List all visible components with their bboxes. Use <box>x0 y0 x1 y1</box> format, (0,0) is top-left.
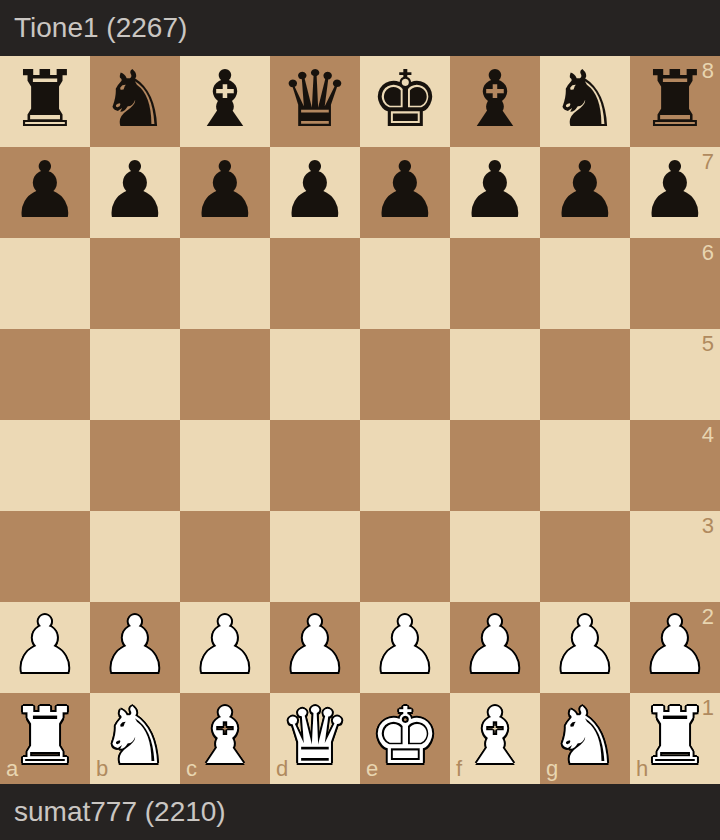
piece-black-knight[interactable]: ♞ <box>550 56 620 145</box>
square-f5[interactable] <box>450 329 540 420</box>
piece-white-pawn[interactable]: ♟ <box>190 602 260 691</box>
bottom-player-bar: sumat777 (2210) <box>0 784 720 840</box>
square-f7[interactable]: ♟ <box>450 147 540 238</box>
square-h4[interactable]: 4 <box>630 420 720 511</box>
piece-white-pawn[interactable]: ♟ <box>100 602 170 691</box>
square-a1[interactable]: a♜ <box>0 693 90 784</box>
square-h6[interactable]: 6 <box>630 238 720 329</box>
square-c1[interactable]: c♝ <box>180 693 270 784</box>
piece-black-pawn[interactable]: ♟ <box>280 147 350 236</box>
square-c3[interactable] <box>180 511 270 602</box>
rank-label-4: 4 <box>702 424 714 446</box>
square-d2[interactable]: ♟ <box>270 602 360 693</box>
piece-white-bishop[interactable]: ♝ <box>460 693 530 782</box>
square-h3[interactable]: 3 <box>630 511 720 602</box>
square-f6[interactable] <box>450 238 540 329</box>
square-e6[interactable] <box>360 238 450 329</box>
piece-white-pawn[interactable]: ♟ <box>550 602 620 691</box>
piece-black-pawn[interactable]: ♟ <box>100 147 170 236</box>
piece-white-pawn[interactable]: ♟ <box>280 602 350 691</box>
piece-black-pawn[interactable]: ♟ <box>640 147 710 236</box>
square-d4[interactable] <box>270 420 360 511</box>
piece-white-bishop[interactable]: ♝ <box>190 693 260 782</box>
square-f2[interactable]: ♟ <box>450 602 540 693</box>
square-g1[interactable]: g♞ <box>540 693 630 784</box>
rank-label-5: 5 <box>702 333 714 355</box>
square-a5[interactable] <box>0 329 90 420</box>
square-d1[interactable]: d♛ <box>270 693 360 784</box>
piece-white-knight[interactable]: ♞ <box>100 693 170 782</box>
square-h5[interactable]: 5 <box>630 329 720 420</box>
piece-black-knight[interactable]: ♞ <box>100 56 170 145</box>
square-f1[interactable]: f♝ <box>450 693 540 784</box>
square-b6[interactable] <box>90 238 180 329</box>
square-e8[interactable]: ♚ <box>360 56 450 147</box>
square-g3[interactable] <box>540 511 630 602</box>
square-f3[interactable] <box>450 511 540 602</box>
square-b4[interactable] <box>90 420 180 511</box>
square-g2[interactable]: ♟ <box>540 602 630 693</box>
square-g6[interactable] <box>540 238 630 329</box>
square-b1[interactable]: b♞ <box>90 693 180 784</box>
piece-black-pawn[interactable]: ♟ <box>190 147 260 236</box>
square-d7[interactable]: ♟ <box>270 147 360 238</box>
square-b7[interactable]: ♟ <box>90 147 180 238</box>
rank-label-6: 6 <box>702 242 714 264</box>
square-c2[interactable]: ♟ <box>180 602 270 693</box>
square-b3[interactable] <box>90 511 180 602</box>
square-d8[interactable]: ♛ <box>270 56 360 147</box>
square-a8[interactable]: ♜ <box>0 56 90 147</box>
square-g5[interactable] <box>540 329 630 420</box>
rank-label-3: 3 <box>702 515 714 537</box>
square-a7[interactable]: ♟ <box>0 147 90 238</box>
square-f8[interactable]: ♝ <box>450 56 540 147</box>
square-a4[interactable] <box>0 420 90 511</box>
piece-black-rook[interactable]: ♜ <box>10 56 80 145</box>
square-h7[interactable]: 7♟ <box>630 147 720 238</box>
square-c7[interactable]: ♟ <box>180 147 270 238</box>
square-b2[interactable]: ♟ <box>90 602 180 693</box>
square-c5[interactable] <box>180 329 270 420</box>
piece-white-pawn[interactable]: ♟ <box>460 602 530 691</box>
square-d6[interactable] <box>270 238 360 329</box>
square-h1[interactable]: 1h♜ <box>630 693 720 784</box>
piece-black-pawn[interactable]: ♟ <box>460 147 530 236</box>
piece-white-queen[interactable]: ♛ <box>280 693 350 782</box>
piece-black-rook[interactable]: ♜ <box>640 56 710 145</box>
chess-board: ♜♞♝♛♚♝♞8♜♟♟♟♟♟♟♟7♟6543♟♟♟♟♟♟♟2♟a♜b♞c♝d♛e… <box>0 56 720 784</box>
square-b8[interactable]: ♞ <box>90 56 180 147</box>
square-e4[interactable] <box>360 420 450 511</box>
piece-black-bishop[interactable]: ♝ <box>190 56 260 145</box>
square-c4[interactable] <box>180 420 270 511</box>
square-h2[interactable]: 2♟ <box>630 602 720 693</box>
piece-white-king[interactable]: ♚ <box>370 693 440 782</box>
square-d3[interactable] <box>270 511 360 602</box>
square-e1[interactable]: e♚ <box>360 693 450 784</box>
piece-white-pawn[interactable]: ♟ <box>10 602 80 691</box>
square-b5[interactable] <box>90 329 180 420</box>
square-c8[interactable]: ♝ <box>180 56 270 147</box>
piece-white-pawn[interactable]: ♟ <box>370 602 440 691</box>
piece-white-knight[interactable]: ♞ <box>550 693 620 782</box>
piece-black-queen[interactable]: ♛ <box>280 56 350 145</box>
square-a6[interactable] <box>0 238 90 329</box>
piece-black-pawn[interactable]: ♟ <box>370 147 440 236</box>
bottom-player-name[interactable]: sumat777 (2210) <box>14 798 226 826</box>
square-f4[interactable] <box>450 420 540 511</box>
square-e5[interactable] <box>360 329 450 420</box>
piece-black-pawn[interactable]: ♟ <box>10 147 80 236</box>
square-g8[interactable]: ♞ <box>540 56 630 147</box>
piece-white-pawn[interactable]: ♟ <box>640 602 710 691</box>
square-c6[interactable] <box>180 238 270 329</box>
piece-black-king[interactable]: ♚ <box>370 56 440 145</box>
piece-black-pawn[interactable]: ♟ <box>550 147 620 236</box>
square-a3[interactable] <box>0 511 90 602</box>
top-player-name[interactable]: Tione1 (2267) <box>14 14 187 42</box>
square-g4[interactable] <box>540 420 630 511</box>
square-e2[interactable]: ♟ <box>360 602 450 693</box>
top-player-bar: Tione1 (2267) <box>0 0 720 56</box>
piece-white-rook[interactable]: ♜ <box>640 693 710 782</box>
square-e3[interactable] <box>360 511 450 602</box>
square-g7[interactable]: ♟ <box>540 147 630 238</box>
square-a2[interactable]: ♟ <box>0 602 90 693</box>
piece-white-rook[interactable]: ♜ <box>10 693 80 782</box>
piece-black-bishop[interactable]: ♝ <box>460 56 530 145</box>
square-h8[interactable]: 8♜ <box>630 56 720 147</box>
square-d5[interactable] <box>270 329 360 420</box>
square-e7[interactable]: ♟ <box>360 147 450 238</box>
